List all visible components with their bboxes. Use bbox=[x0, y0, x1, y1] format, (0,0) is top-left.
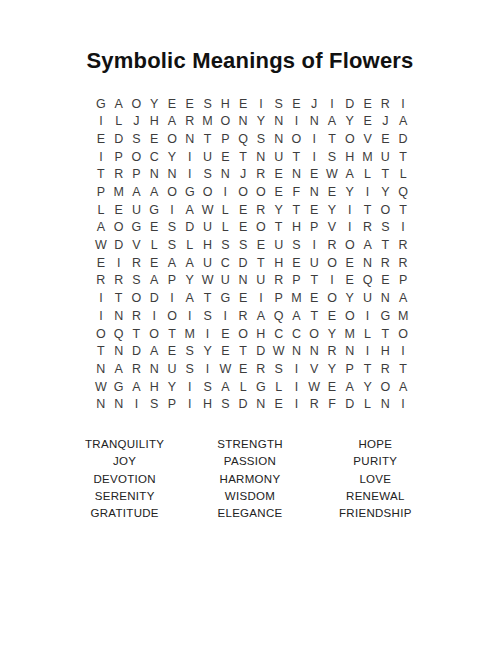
grid-cell-r14c5[interactable]: T bbox=[163, 325, 181, 343]
grid-cell-r4c3[interactable]: O bbox=[128, 148, 146, 166]
grid-cell-r11c14[interactable]: I bbox=[323, 272, 341, 290]
grid-cell-r18c7[interactable]: H bbox=[199, 396, 217, 414]
grid-cell-r4c5[interactable]: Y bbox=[163, 148, 181, 166]
grid-cell-r8c8[interactable]: L bbox=[216, 219, 234, 237]
grid-cell-r10c18[interactable]: R bbox=[394, 254, 412, 272]
grid-cell-r7c3[interactable]: U bbox=[128, 201, 146, 219]
grid-cell-r8c6[interactable]: D bbox=[181, 219, 199, 237]
grid-cell-r17c7[interactable]: S bbox=[199, 378, 217, 396]
grid-cell-r9c2[interactable]: D bbox=[110, 237, 128, 255]
grid-cell-r6c3[interactable]: A bbox=[128, 183, 146, 201]
grid-cell-r16c10[interactable]: R bbox=[252, 360, 270, 378]
grid-cell-r9c12[interactable]: S bbox=[288, 237, 306, 255]
grid-cell-r14c7[interactable]: I bbox=[199, 325, 217, 343]
grid-cell-r16c8[interactable]: W bbox=[216, 360, 234, 378]
grid-cell-r10c5[interactable]: A bbox=[163, 254, 181, 272]
grid-cell-r10c13[interactable]: U bbox=[305, 254, 323, 272]
grid-cell-r9c3[interactable]: V bbox=[128, 237, 146, 255]
grid-cell-r6c14[interactable]: E bbox=[323, 183, 341, 201]
grid-cell-r18c13[interactable]: R bbox=[305, 396, 323, 414]
grid-cell-r3c11[interactable]: N bbox=[270, 130, 288, 148]
grid-cell-r12c1[interactable]: I bbox=[92, 290, 110, 308]
grid-cell-r2c18[interactable]: A bbox=[394, 113, 412, 131]
grid-cell-r7c11[interactable]: Y bbox=[270, 201, 288, 219]
grid-cell-r12c10[interactable]: I bbox=[252, 290, 270, 308]
grid-cell-r14c1[interactable]: O bbox=[92, 325, 110, 343]
grid-cell-r6c1[interactable]: P bbox=[92, 183, 110, 201]
grid-cell-r17c6[interactable]: I bbox=[181, 378, 199, 396]
grid-cell-r9c16[interactable]: A bbox=[359, 237, 377, 255]
grid-cell-r8c18[interactable]: I bbox=[394, 219, 412, 237]
grid-cell-r18c16[interactable]: L bbox=[359, 396, 377, 414]
grid-cell-r8c12[interactable]: H bbox=[288, 219, 306, 237]
grid-cell-r12c14[interactable]: O bbox=[323, 290, 341, 308]
grid-cell-r1c12[interactable]: E bbox=[288, 95, 306, 113]
grid-cell-r17c12[interactable]: I bbox=[288, 378, 306, 396]
grid-cell-r1c4[interactable]: Y bbox=[145, 95, 163, 113]
grid-cell-r14c4[interactable]: O bbox=[145, 325, 163, 343]
grid-cell-r14c12[interactable]: C bbox=[288, 325, 306, 343]
grid-cell-r9c11[interactable]: U bbox=[270, 237, 288, 255]
grid-cell-r15c4[interactable]: A bbox=[145, 343, 163, 361]
grid-cell-r4c17[interactable]: U bbox=[376, 148, 394, 166]
grid-cell-r9c18[interactable]: R bbox=[394, 237, 412, 255]
grid-cell-r15c2[interactable]: N bbox=[110, 343, 128, 361]
grid-cell-r16c14[interactable]: Y bbox=[323, 360, 341, 378]
grid-cell-r15c8[interactable]: E bbox=[216, 343, 234, 361]
grid-cell-r9c7[interactable]: H bbox=[199, 237, 217, 255]
grid-cell-r14c2[interactable]: Q bbox=[110, 325, 128, 343]
grid-cell-r14c17[interactable]: T bbox=[376, 325, 394, 343]
grid-cell-r9c14[interactable]: R bbox=[323, 237, 341, 255]
grid-cell-r10c15[interactable]: E bbox=[341, 254, 359, 272]
grid-cell-r11c2[interactable]: R bbox=[110, 272, 128, 290]
grid-cell-r8c3[interactable]: G bbox=[128, 219, 146, 237]
grid-cell-r8c1[interactable]: A bbox=[92, 219, 110, 237]
grid-cell-r4c7[interactable]: U bbox=[199, 148, 217, 166]
grid-cell-r16c15[interactable]: P bbox=[341, 360, 359, 378]
grid-cell-r15c17[interactable]: H bbox=[376, 343, 394, 361]
grid-cell-r14c14[interactable]: Y bbox=[323, 325, 341, 343]
grid-cell-r12c18[interactable]: A bbox=[394, 290, 412, 308]
grid-cell-r9c6[interactable]: L bbox=[181, 237, 199, 255]
grid-cell-r11c13[interactable]: T bbox=[305, 272, 323, 290]
grid-cell-r8c5[interactable]: S bbox=[163, 219, 181, 237]
grid-cell-r11c5[interactable]: P bbox=[163, 272, 181, 290]
grid-cell-r18c4[interactable]: S bbox=[145, 396, 163, 414]
grid-cell-r15c1[interactable]: T bbox=[92, 343, 110, 361]
grid-cell-r6c12[interactable]: F bbox=[288, 183, 306, 201]
grid-cell-r11c12[interactable]: P bbox=[288, 272, 306, 290]
grid-cell-r16c6[interactable]: S bbox=[181, 360, 199, 378]
grid-cell-r6c17[interactable]: Y bbox=[376, 183, 394, 201]
grid-cell-r5c4[interactable]: N bbox=[145, 166, 163, 184]
grid-cell-r10c16[interactable]: N bbox=[359, 254, 377, 272]
grid-cell-r4c16[interactable]: M bbox=[359, 148, 377, 166]
grid-cell-r17c15[interactable]: A bbox=[341, 378, 359, 396]
grid-cell-r6c18[interactable]: Q bbox=[394, 183, 412, 201]
grid-cell-r17c18[interactable]: A bbox=[394, 378, 412, 396]
grid-cell-r14c6[interactable]: M bbox=[181, 325, 199, 343]
grid-cell-r1c8[interactable]: H bbox=[216, 95, 234, 113]
grid-cell-r7c13[interactable]: E bbox=[305, 201, 323, 219]
grid-cell-r1c11[interactable]: S bbox=[270, 95, 288, 113]
grid-cell-r11c4[interactable]: A bbox=[145, 272, 163, 290]
grid-cell-r3c12[interactable]: O bbox=[288, 130, 306, 148]
grid-cell-r3c2[interactable]: D bbox=[110, 130, 128, 148]
grid-cell-r3c5[interactable]: O bbox=[163, 130, 181, 148]
grid-cell-r18c2[interactable]: N bbox=[110, 396, 128, 414]
grid-cell-r4c4[interactable]: C bbox=[145, 148, 163, 166]
grid-cell-r4c6[interactable]: I bbox=[181, 148, 199, 166]
grid-cell-r15c15[interactable]: N bbox=[341, 343, 359, 361]
grid-cell-r9c15[interactable]: O bbox=[341, 237, 359, 255]
grid-cell-r12c2[interactable]: T bbox=[110, 290, 128, 308]
grid-cell-r3c17[interactable]: E bbox=[376, 130, 394, 148]
grid-cell-r12c15[interactable]: Y bbox=[341, 290, 359, 308]
grid-cell-r12c16[interactable]: U bbox=[359, 290, 377, 308]
grid-cell-r10c6[interactable]: A bbox=[181, 254, 199, 272]
grid-cell-r18c11[interactable]: E bbox=[270, 396, 288, 414]
grid-cell-r1c9[interactable]: E bbox=[234, 95, 252, 113]
grid-cell-r10c3[interactable]: R bbox=[128, 254, 146, 272]
grid-cell-r17c16[interactable]: Y bbox=[359, 378, 377, 396]
grid-cell-r15c16[interactable]: I bbox=[359, 343, 377, 361]
grid-cell-r18c1[interactable]: N bbox=[92, 396, 110, 414]
grid-cell-r1c10[interactable]: I bbox=[252, 95, 270, 113]
grid-cell-r13c4[interactable]: I bbox=[145, 307, 163, 325]
grid-cell-r6c6[interactable]: G bbox=[181, 183, 199, 201]
grid-cell-r18c3[interactable]: I bbox=[128, 396, 146, 414]
grid-cell-r14c3[interactable]: T bbox=[128, 325, 146, 343]
grid-cell-r13c18[interactable]: M bbox=[394, 307, 412, 325]
grid-cell-r15c13[interactable]: N bbox=[305, 343, 323, 361]
grid-cell-r1c6[interactable]: E bbox=[181, 95, 199, 113]
grid-cell-r9c9[interactable]: S bbox=[234, 237, 252, 255]
grid-cell-r7c14[interactable]: Y bbox=[323, 201, 341, 219]
grid-cell-r6c15[interactable]: Y bbox=[341, 183, 359, 201]
grid-cell-r2c6[interactable]: R bbox=[181, 113, 199, 131]
grid-cell-r17c3[interactable]: A bbox=[128, 378, 146, 396]
grid-cell-r2c3[interactable]: J bbox=[128, 113, 146, 131]
grid-cell-r12c7[interactable]: T bbox=[199, 290, 217, 308]
grid-cell-r13c1[interactable]: I bbox=[92, 307, 110, 325]
grid-cell-r1c3[interactable]: O bbox=[128, 95, 146, 113]
grid-cell-r7c8[interactable]: L bbox=[216, 201, 234, 219]
grid-cell-r14c8[interactable]: E bbox=[216, 325, 234, 343]
grid-cell-r7c10[interactable]: R bbox=[252, 201, 270, 219]
grid-cell-r9c5[interactable]: S bbox=[163, 237, 181, 255]
grid-cell-r4c13[interactable]: I bbox=[305, 148, 323, 166]
grid-cell-r18c9[interactable]: D bbox=[234, 396, 252, 414]
grid-cell-r7c7[interactable]: W bbox=[199, 201, 217, 219]
grid-cell-r5c7[interactable]: S bbox=[199, 166, 217, 184]
grid-cell-r12c9[interactable]: E bbox=[234, 290, 252, 308]
grid-cell-r15c11[interactable]: W bbox=[270, 343, 288, 361]
grid-cell-r16c13[interactable]: V bbox=[305, 360, 323, 378]
grid-cell-r11c1[interactable]: R bbox=[92, 272, 110, 290]
grid-cell-r5c5[interactable]: N bbox=[163, 166, 181, 184]
grid-cell-r11c16[interactable]: Q bbox=[359, 272, 377, 290]
grid-cell-r13c2[interactable]: N bbox=[110, 307, 128, 325]
grid-cell-r9c8[interactable]: S bbox=[216, 237, 234, 255]
grid-cell-r5c6[interactable]: I bbox=[181, 166, 199, 184]
grid-cell-r12c12[interactable]: M bbox=[288, 290, 306, 308]
grid-cell-r13c13[interactable]: T bbox=[305, 307, 323, 325]
grid-cell-r10c4[interactable]: E bbox=[145, 254, 163, 272]
grid-cell-r11c10[interactable]: U bbox=[252, 272, 270, 290]
grid-cell-r11c18[interactable]: P bbox=[394, 272, 412, 290]
grid-cell-r5c18[interactable]: L bbox=[394, 166, 412, 184]
grid-cell-r17c13[interactable]: W bbox=[305, 378, 323, 396]
grid-cell-r4c15[interactable]: H bbox=[341, 148, 359, 166]
grid-cell-r7c17[interactable]: O bbox=[376, 201, 394, 219]
grid-cell-r17c4[interactable]: H bbox=[145, 378, 163, 396]
grid-cell-r13c8[interactable]: I bbox=[216, 307, 234, 325]
grid-cell-r7c6[interactable]: A bbox=[181, 201, 199, 219]
grid-cell-r13c7[interactable]: S bbox=[199, 307, 217, 325]
grid-cell-r14c9[interactable]: O bbox=[234, 325, 252, 343]
grid-cell-r14c10[interactable]: H bbox=[252, 325, 270, 343]
grid-cell-r3c6[interactable]: N bbox=[181, 130, 199, 148]
grid-cell-r1c17[interactable]: R bbox=[376, 95, 394, 113]
grid-cell-r6c8[interactable]: I bbox=[216, 183, 234, 201]
grid-cell-r18c15[interactable]: D bbox=[341, 396, 359, 414]
grid-cell-r15c14[interactable]: R bbox=[323, 343, 341, 361]
grid-cell-r10c11[interactable]: H bbox=[270, 254, 288, 272]
grid-cell-r3c4[interactable]: E bbox=[145, 130, 163, 148]
grid-cell-r3c18[interactable]: D bbox=[394, 130, 412, 148]
grid-cell-r1c16[interactable]: E bbox=[359, 95, 377, 113]
grid-cell-r12c17[interactable]: N bbox=[376, 290, 394, 308]
grid-cell-r14c13[interactable]: O bbox=[305, 325, 323, 343]
grid-cell-r3c16[interactable]: V bbox=[359, 130, 377, 148]
grid-cell-r16c11[interactable]: S bbox=[270, 360, 288, 378]
grid-cell-r13c11[interactable]: Q bbox=[270, 307, 288, 325]
grid-cell-r2c10[interactable]: Y bbox=[252, 113, 270, 131]
grid-cell-r17c14[interactable]: E bbox=[323, 378, 341, 396]
grid-cell-r1c7[interactable]: S bbox=[199, 95, 217, 113]
grid-cell-r8c13[interactable]: P bbox=[305, 219, 323, 237]
grid-cell-r4c14[interactable]: S bbox=[323, 148, 341, 166]
grid-cell-r9c1[interactable]: W bbox=[92, 237, 110, 255]
grid-cell-r14c18[interactable]: O bbox=[394, 325, 412, 343]
grid-cell-r6c10[interactable]: O bbox=[252, 183, 270, 201]
grid-cell-r6c4[interactable]: A bbox=[145, 183, 163, 201]
grid-cell-r7c12[interactable]: T bbox=[288, 201, 306, 219]
grid-cell-r1c13[interactable]: J bbox=[305, 95, 323, 113]
grid-cell-r11c15[interactable]: E bbox=[341, 272, 359, 290]
grid-cell-r1c14[interactable]: I bbox=[323, 95, 341, 113]
grid-cell-r17c11[interactable]: L bbox=[270, 378, 288, 396]
grid-cell-r2c14[interactable]: A bbox=[323, 113, 341, 131]
grid-cell-r16c17[interactable]: R bbox=[376, 360, 394, 378]
grid-cell-r3c9[interactable]: Q bbox=[234, 130, 252, 148]
grid-cell-r11c11[interactable]: R bbox=[270, 272, 288, 290]
grid-cell-r8c17[interactable]: S bbox=[376, 219, 394, 237]
grid-cell-r5c15[interactable]: A bbox=[341, 166, 359, 184]
grid-cell-r17c17[interactable]: O bbox=[376, 378, 394, 396]
grid-cell-r18c6[interactable]: I bbox=[181, 396, 199, 414]
grid-cell-r5c3[interactable]: P bbox=[128, 166, 146, 184]
grid-cell-r14c15[interactable]: M bbox=[341, 325, 359, 343]
grid-cell-r18c10[interactable]: N bbox=[252, 396, 270, 414]
grid-cell-r17c8[interactable]: A bbox=[216, 378, 234, 396]
grid-cell-r10c9[interactable]: D bbox=[234, 254, 252, 272]
grid-cell-r5c16[interactable]: L bbox=[359, 166, 377, 184]
grid-cell-r10c14[interactable]: O bbox=[323, 254, 341, 272]
grid-cell-r13c6[interactable]: I bbox=[181, 307, 199, 325]
grid-cell-r4c10[interactable]: N bbox=[252, 148, 270, 166]
grid-cell-r14c11[interactable]: C bbox=[270, 325, 288, 343]
grid-cell-r11c17[interactable]: E bbox=[376, 272, 394, 290]
grid-cell-r11c9[interactable]: N bbox=[234, 272, 252, 290]
grid-cell-r4c9[interactable]: T bbox=[234, 148, 252, 166]
grid-cell-r13c17[interactable]: G bbox=[376, 307, 394, 325]
grid-cell-r5c13[interactable]: E bbox=[305, 166, 323, 184]
grid-cell-r12c5[interactable]: I bbox=[163, 290, 181, 308]
grid-cell-r2c1[interactable]: I bbox=[92, 113, 110, 131]
grid-cell-r15c3[interactable]: D bbox=[128, 343, 146, 361]
grid-cell-r3c3[interactable]: S bbox=[128, 130, 146, 148]
grid-cell-r11c8[interactable]: U bbox=[216, 272, 234, 290]
grid-cell-r16c12[interactable]: I bbox=[288, 360, 306, 378]
grid-cell-r8c16[interactable]: R bbox=[359, 219, 377, 237]
grid-cell-r10c10[interactable]: T bbox=[252, 254, 270, 272]
grid-cell-r2c8[interactable]: O bbox=[216, 113, 234, 131]
grid-cell-r8c15[interactable]: I bbox=[341, 219, 359, 237]
grid-cell-r3c7[interactable]: T bbox=[199, 130, 217, 148]
grid-cell-r7c4[interactable]: G bbox=[145, 201, 163, 219]
grid-cell-r13c14[interactable]: E bbox=[323, 307, 341, 325]
grid-cell-r7c16[interactable]: T bbox=[359, 201, 377, 219]
grid-cell-r2c7[interactable]: M bbox=[199, 113, 217, 131]
grid-cell-r16c3[interactable]: R bbox=[128, 360, 146, 378]
grid-cell-r13c5[interactable]: O bbox=[163, 307, 181, 325]
grid-cell-r9c17[interactable]: T bbox=[376, 237, 394, 255]
grid-cell-r6c13[interactable]: N bbox=[305, 183, 323, 201]
grid-cell-r7c1[interactable]: L bbox=[92, 201, 110, 219]
grid-cell-r17c1[interactable]: W bbox=[92, 378, 110, 396]
grid-cell-r16c2[interactable]: A bbox=[110, 360, 128, 378]
grid-cell-r15c18[interactable]: I bbox=[394, 343, 412, 361]
grid-cell-r13c16[interactable]: I bbox=[359, 307, 377, 325]
grid-cell-r13c3[interactable]: R bbox=[128, 307, 146, 325]
grid-cell-r1c5[interactable]: E bbox=[163, 95, 181, 113]
grid-cell-r15c12[interactable]: N bbox=[288, 343, 306, 361]
grid-cell-r13c9[interactable]: R bbox=[234, 307, 252, 325]
grid-cell-r9c13[interactable]: I bbox=[305, 237, 323, 255]
grid-cell-r8c2[interactable]: O bbox=[110, 219, 128, 237]
grid-cell-r18c5[interactable]: P bbox=[163, 396, 181, 414]
grid-cell-r3c8[interactable]: P bbox=[216, 130, 234, 148]
grid-cell-r15c10[interactable]: D bbox=[252, 343, 270, 361]
grid-cell-r6c7[interactable]: O bbox=[199, 183, 217, 201]
grid-cell-r8c10[interactable]: O bbox=[252, 219, 270, 237]
grid-cell-r6c16[interactable]: I bbox=[359, 183, 377, 201]
grid-cell-r10c1[interactable]: E bbox=[92, 254, 110, 272]
grid-cell-r7c5[interactable]: I bbox=[163, 201, 181, 219]
grid-cell-r11c3[interactable]: S bbox=[128, 272, 146, 290]
grid-cell-r2c5[interactable]: A bbox=[163, 113, 181, 131]
grid-cell-r1c2[interactable]: A bbox=[110, 95, 128, 113]
grid-cell-r4c2[interactable]: P bbox=[110, 148, 128, 166]
grid-cell-r5c2[interactable]: R bbox=[110, 166, 128, 184]
grid-cell-r7c2[interactable]: E bbox=[110, 201, 128, 219]
grid-cell-r4c11[interactable]: U bbox=[270, 148, 288, 166]
grid-cell-r9c10[interactable]: E bbox=[252, 237, 270, 255]
grid-cell-r3c1[interactable]: E bbox=[92, 130, 110, 148]
grid-cell-r3c15[interactable]: O bbox=[341, 130, 359, 148]
grid-cell-r13c15[interactable]: O bbox=[341, 307, 359, 325]
grid-cell-r2c2[interactable]: L bbox=[110, 113, 128, 131]
grid-cell-r10c17[interactable]: R bbox=[376, 254, 394, 272]
grid-cell-r12c4[interactable]: D bbox=[145, 290, 163, 308]
grid-cell-r16c5[interactable]: U bbox=[163, 360, 181, 378]
grid-cell-r12c3[interactable]: O bbox=[128, 290, 146, 308]
grid-cell-r16c1[interactable]: N bbox=[92, 360, 110, 378]
grid-cell-r13c12[interactable]: A bbox=[288, 307, 306, 325]
grid-cell-r5c12[interactable]: N bbox=[288, 166, 306, 184]
grid-cell-r16c7[interactable]: I bbox=[199, 360, 217, 378]
grid-cell-r5c11[interactable]: E bbox=[270, 166, 288, 184]
grid-cell-r17c2[interactable]: G bbox=[110, 378, 128, 396]
grid-cell-r5c8[interactable]: N bbox=[216, 166, 234, 184]
grid-cell-r12c13[interactable]: E bbox=[305, 290, 323, 308]
grid-cell-r6c11[interactable]: E bbox=[270, 183, 288, 201]
grid-cell-r2c13[interactable]: N bbox=[305, 113, 323, 131]
grid-cell-r10c8[interactable]: C bbox=[216, 254, 234, 272]
grid-cell-r16c18[interactable]: T bbox=[394, 360, 412, 378]
grid-cell-r6c2[interactable]: M bbox=[110, 183, 128, 201]
grid-cell-r4c12[interactable]: T bbox=[288, 148, 306, 166]
grid-cell-r3c13[interactable]: I bbox=[305, 130, 323, 148]
grid-cell-r1c15[interactable]: D bbox=[341, 95, 359, 113]
grid-cell-r6c5[interactable]: O bbox=[163, 183, 181, 201]
grid-cell-r17c9[interactable]: L bbox=[234, 378, 252, 396]
grid-cell-r18c8[interactable]: S bbox=[216, 396, 234, 414]
grid-cell-r2c12[interactable]: I bbox=[288, 113, 306, 131]
grid-cell-r12c11[interactable]: P bbox=[270, 290, 288, 308]
grid-cell-r2c4[interactable]: H bbox=[145, 113, 163, 131]
grid-cell-r2c9[interactable]: N bbox=[234, 113, 252, 131]
grid-cell-r3c14[interactable]: T bbox=[323, 130, 341, 148]
grid-cell-r18c17[interactable]: N bbox=[376, 396, 394, 414]
grid-cell-r10c7[interactable]: U bbox=[199, 254, 217, 272]
grid-cell-r5c1[interactable]: T bbox=[92, 166, 110, 184]
grid-cell-r8c7[interactable]: U bbox=[199, 219, 217, 237]
grid-cell-r7c9[interactable]: E bbox=[234, 201, 252, 219]
grid-cell-r9c4[interactable]: L bbox=[145, 237, 163, 255]
grid-cell-r1c1[interactable]: G bbox=[92, 95, 110, 113]
grid-cell-r16c9[interactable]: E bbox=[234, 360, 252, 378]
grid-cell-r7c15[interactable]: I bbox=[341, 201, 359, 219]
grid-cell-r5c14[interactable]: W bbox=[323, 166, 341, 184]
grid-cell-r8c11[interactable]: T bbox=[270, 219, 288, 237]
grid-cell-r18c14[interactable]: F bbox=[323, 396, 341, 414]
grid-cell-r16c16[interactable]: T bbox=[359, 360, 377, 378]
grid-cell-r2c17[interactable]: J bbox=[376, 113, 394, 131]
grid-cell-r2c16[interactable]: E bbox=[359, 113, 377, 131]
grid-cell-r12c6[interactable]: A bbox=[181, 290, 199, 308]
grid-cell-r15c9[interactable]: T bbox=[234, 343, 252, 361]
grid-cell-r14c16[interactable]: L bbox=[359, 325, 377, 343]
grid-cell-r15c7[interactable]: Y bbox=[199, 343, 217, 361]
grid-cell-r18c18[interactable]: I bbox=[394, 396, 412, 414]
grid-cell-r1c18[interactable]: I bbox=[394, 95, 412, 113]
grid-cell-r7c18[interactable]: T bbox=[394, 201, 412, 219]
grid-cell-r10c2[interactable]: I bbox=[110, 254, 128, 272]
